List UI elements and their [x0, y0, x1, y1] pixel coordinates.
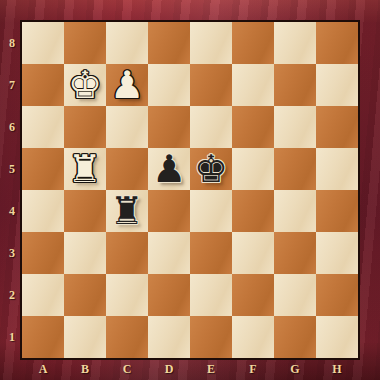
square-c4[interactable]: ♜ — [106, 190, 148, 232]
file-label-e: E — [190, 358, 232, 380]
square-d1[interactable] — [148, 316, 190, 358]
square-e1[interactable] — [190, 316, 232, 358]
white-rook-b5[interactable]: ♜ — [68, 148, 102, 190]
black-king-e5[interactable]: ♚ — [194, 148, 228, 190]
square-a7[interactable] — [22, 64, 64, 106]
square-h8[interactable] — [316, 22, 358, 64]
square-e8[interactable] — [190, 22, 232, 64]
square-b6[interactable] — [64, 106, 106, 148]
square-a8[interactable] — [22, 22, 64, 64]
square-g3[interactable] — [274, 232, 316, 274]
white-king-b7[interactable]: ♚ — [68, 64, 102, 106]
square-g8[interactable] — [274, 22, 316, 64]
file-label-g: G — [274, 358, 316, 380]
square-c2[interactable] — [106, 274, 148, 316]
square-b8[interactable] — [64, 22, 106, 64]
square-c1[interactable] — [106, 316, 148, 358]
file-label-h: H — [316, 358, 358, 380]
file-label-d: D — [148, 358, 190, 380]
square-c8[interactable] — [106, 22, 148, 64]
square-e3[interactable] — [190, 232, 232, 274]
square-h6[interactable] — [316, 106, 358, 148]
square-f8[interactable] — [232, 22, 274, 64]
square-h2[interactable] — [316, 274, 358, 316]
square-b5[interactable]: ♜ — [64, 148, 106, 190]
square-c7[interactable]: ♟ — [106, 64, 148, 106]
square-e7[interactable] — [190, 64, 232, 106]
square-h7[interactable] — [316, 64, 358, 106]
square-g6[interactable] — [274, 106, 316, 148]
square-g4[interactable] — [274, 190, 316, 232]
square-f4[interactable] — [232, 190, 274, 232]
square-g1[interactable] — [274, 316, 316, 358]
square-d4[interactable] — [148, 190, 190, 232]
file-label-c: C — [106, 358, 148, 380]
square-d5[interactable]: ♟ — [148, 148, 190, 190]
square-g2[interactable] — [274, 274, 316, 316]
board-frame: ♚♟♜♟♚♜ 87654321 ABCDEFGH — [0, 0, 380, 380]
file-label-b: B — [64, 358, 106, 380]
square-e4[interactable] — [190, 190, 232, 232]
square-h5[interactable] — [316, 148, 358, 190]
black-rook-c4[interactable]: ♜ — [110, 190, 144, 232]
square-a1[interactable] — [22, 316, 64, 358]
square-b7[interactable]: ♚ — [64, 64, 106, 106]
square-h1[interactable] — [316, 316, 358, 358]
square-f6[interactable] — [232, 106, 274, 148]
square-e2[interactable] — [190, 274, 232, 316]
rank-label-2: 2 — [0, 274, 24, 316]
square-c6[interactable] — [106, 106, 148, 148]
square-f7[interactable] — [232, 64, 274, 106]
square-d3[interactable] — [148, 232, 190, 274]
rank-label-8: 8 — [0, 22, 24, 64]
square-f3[interactable] — [232, 232, 274, 274]
square-g7[interactable] — [274, 64, 316, 106]
square-a4[interactable] — [22, 190, 64, 232]
file-label-a: A — [22, 358, 64, 380]
square-d2[interactable] — [148, 274, 190, 316]
rank-labels: 87654321 — [0, 22, 22, 358]
square-g5[interactable] — [274, 148, 316, 190]
square-h3[interactable] — [316, 232, 358, 274]
rank-label-5: 5 — [0, 148, 24, 190]
rank-label-1: 1 — [0, 316, 24, 358]
white-pawn-c7[interactable]: ♟ — [110, 64, 144, 106]
square-f2[interactable] — [232, 274, 274, 316]
square-b3[interactable] — [64, 232, 106, 274]
file-labels: ABCDEFGH — [22, 358, 358, 380]
rank-label-4: 4 — [0, 190, 24, 232]
black-pawn-d5[interactable]: ♟ — [152, 148, 186, 190]
square-c3[interactable] — [106, 232, 148, 274]
square-d6[interactable] — [148, 106, 190, 148]
file-label-f: F — [232, 358, 274, 380]
square-a3[interactable] — [22, 232, 64, 274]
square-e6[interactable] — [190, 106, 232, 148]
square-b2[interactable] — [64, 274, 106, 316]
rank-label-7: 7 — [0, 64, 24, 106]
square-h4[interactable] — [316, 190, 358, 232]
square-e5[interactable]: ♚ — [190, 148, 232, 190]
square-d7[interactable] — [148, 64, 190, 106]
square-f5[interactable] — [232, 148, 274, 190]
square-d8[interactable] — [148, 22, 190, 64]
rank-label-6: 6 — [0, 106, 24, 148]
square-a5[interactable] — [22, 148, 64, 190]
rank-label-3: 3 — [0, 232, 24, 274]
square-a6[interactable] — [22, 106, 64, 148]
square-b4[interactable] — [64, 190, 106, 232]
square-c5[interactable] — [106, 148, 148, 190]
square-a2[interactable] — [22, 274, 64, 316]
chess-board: ♚♟♜♟♚♜ — [22, 22, 358, 358]
square-b1[interactable] — [64, 316, 106, 358]
square-f1[interactable] — [232, 316, 274, 358]
